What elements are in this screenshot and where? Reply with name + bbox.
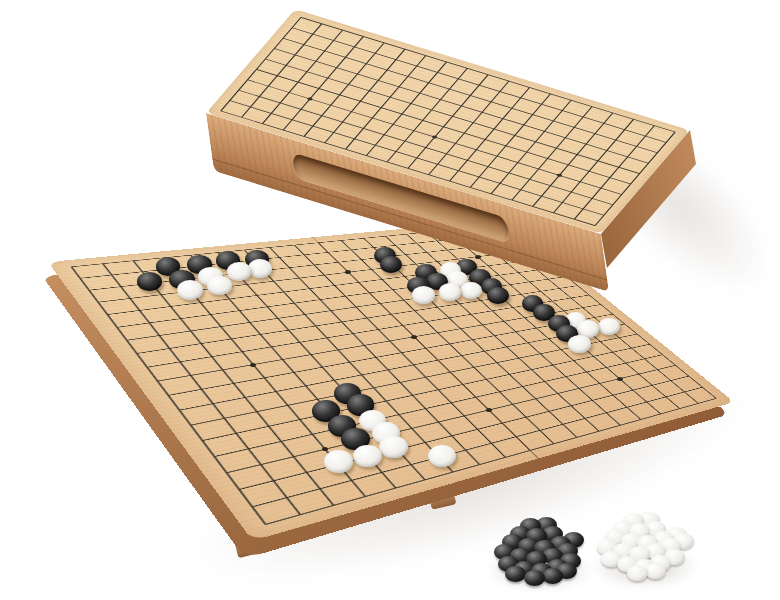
white-pile-stone bbox=[645, 563, 666, 579]
go-set-product-photo bbox=[0, 0, 780, 600]
black-pile-stone bbox=[505, 566, 526, 582]
white-pile-stone bbox=[627, 565, 648, 581]
black-pile-stone bbox=[524, 570, 545, 586]
black-pile-stone bbox=[542, 568, 563, 584]
